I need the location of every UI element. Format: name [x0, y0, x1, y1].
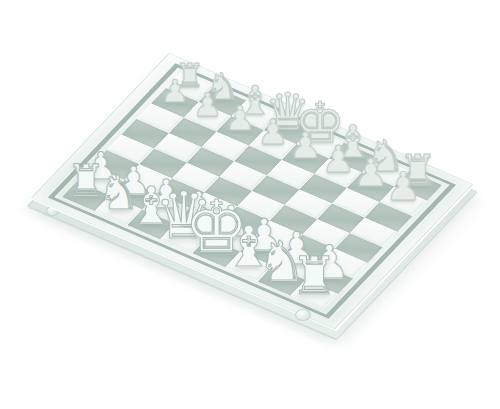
- frosted-pawn-f7[interactable]: ♟: [321, 141, 354, 178]
- frosted-pawn-a7[interactable]: ♟: [161, 76, 189, 107]
- frosted-pawn-b7[interactable]: ♟: [193, 89, 222, 121]
- frosted-pawn-c7[interactable]: ♟: [225, 102, 255, 136]
- frosted-pawn-h7[interactable]: ♟: [385, 167, 420, 207]
- frosted-pawn-d7[interactable]: ♟: [257, 115, 288, 150]
- frosted-pawn-g7[interactable]: ♟: [353, 154, 387, 192]
- glass-foot-front: [295, 309, 311, 321]
- clear-rook-h1[interactable]: ♜: [291, 250, 338, 303]
- frosted-pawn-e7[interactable]: ♟: [289, 128, 321, 164]
- product-photo-background: ♜♞♝♛♚♝♞♜♟♟♟♟♟♟♟♟♟♟♟♟♟♟♟♟♜♞♝♛♚♝♞♜: [0, 0, 500, 409]
